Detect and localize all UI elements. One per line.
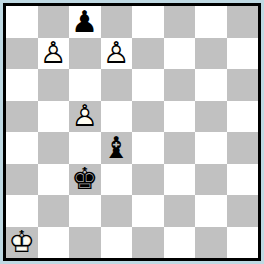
square-h4[interactable]	[227, 132, 259, 164]
square-d8[interactable]	[101, 6, 133, 38]
black-bishop-glyph: ♝	[103, 133, 130, 163]
square-e2[interactable]	[132, 195, 164, 227]
chess-board: ♟♟♙♟♙♟♙♝♚♚♔	[6, 6, 258, 258]
square-a5[interactable]	[6, 101, 38, 133]
square-c6[interactable]	[69, 69, 101, 101]
square-b1[interactable]	[38, 227, 70, 259]
square-b4[interactable]	[38, 132, 70, 164]
square-h8[interactable]	[227, 6, 259, 38]
square-b3[interactable]	[38, 164, 70, 196]
square-e7[interactable]	[132, 38, 164, 70]
square-d4[interactable]: ♝	[101, 132, 133, 164]
square-g1[interactable]	[195, 227, 227, 259]
square-e6[interactable]	[132, 69, 164, 101]
square-c4[interactable]	[69, 132, 101, 164]
square-f1[interactable]	[164, 227, 196, 259]
square-e1[interactable]	[132, 227, 164, 259]
black-pawn-glyph: ♟	[71, 7, 98, 37]
white-pawn[interactable]: ♟♙	[101, 38, 133, 70]
square-f8[interactable]	[164, 6, 196, 38]
square-g4[interactable]	[195, 132, 227, 164]
square-b6[interactable]	[38, 69, 70, 101]
square-e3[interactable]	[132, 164, 164, 196]
square-d5[interactable]	[101, 101, 133, 133]
white-pawn-glyph: ♙	[103, 38, 130, 68]
square-h2[interactable]	[227, 195, 259, 227]
square-a2[interactable]	[6, 195, 38, 227]
square-a3[interactable]	[6, 164, 38, 196]
square-a1[interactable]: ♚♔	[6, 227, 38, 259]
square-h1[interactable]	[227, 227, 259, 259]
square-c3[interactable]: ♚	[69, 164, 101, 196]
square-c7[interactable]	[69, 38, 101, 70]
square-d6[interactable]	[101, 69, 133, 101]
square-h5[interactable]	[227, 101, 259, 133]
square-f5[interactable]	[164, 101, 196, 133]
square-c1[interactable]	[69, 227, 101, 259]
square-g6[interactable]	[195, 69, 227, 101]
square-e8[interactable]	[132, 6, 164, 38]
board-border: ♟♟♙♟♙♟♙♝♚♚♔	[3, 3, 261, 261]
square-h3[interactable]	[227, 164, 259, 196]
black-bishop[interactable]: ♝	[101, 132, 133, 164]
square-a7[interactable]	[6, 38, 38, 70]
square-a4[interactable]	[6, 132, 38, 164]
white-pawn[interactable]: ♟♙	[69, 101, 101, 133]
black-pawn[interactable]: ♟	[69, 6, 101, 38]
black-king-glyph: ♚	[71, 164, 98, 194]
square-a6[interactable]	[6, 69, 38, 101]
white-pawn-glyph: ♙	[40, 38, 67, 68]
square-d2[interactable]	[101, 195, 133, 227]
diagram-outer-frame: ♟♟♙♟♙♟♙♝♚♚♔	[0, 0, 264, 264]
square-g8[interactable]	[195, 6, 227, 38]
square-b7[interactable]: ♟♙	[38, 38, 70, 70]
square-e4[interactable]	[132, 132, 164, 164]
square-f4[interactable]	[164, 132, 196, 164]
square-b8[interactable]	[38, 6, 70, 38]
square-f6[interactable]	[164, 69, 196, 101]
square-g3[interactable]	[195, 164, 227, 196]
square-a8[interactable]	[6, 6, 38, 38]
square-d7[interactable]: ♟♙	[101, 38, 133, 70]
white-pawn-glyph: ♙	[71, 101, 98, 131]
white-king-glyph: ♔	[8, 227, 35, 257]
square-d1[interactable]	[101, 227, 133, 259]
square-e5[interactable]	[132, 101, 164, 133]
square-c8[interactable]: ♟	[69, 6, 101, 38]
black-king[interactable]: ♚	[69, 164, 101, 196]
square-b5[interactable]	[38, 101, 70, 133]
square-g5[interactable]	[195, 101, 227, 133]
square-f2[interactable]	[164, 195, 196, 227]
square-g7[interactable]	[195, 38, 227, 70]
square-c2[interactable]	[69, 195, 101, 227]
square-d3[interactable]	[101, 164, 133, 196]
square-g2[interactable]	[195, 195, 227, 227]
square-f3[interactable]	[164, 164, 196, 196]
square-h6[interactable]	[227, 69, 259, 101]
square-c5[interactable]: ♟♙	[69, 101, 101, 133]
white-king[interactable]: ♚♔	[6, 227, 38, 259]
square-b2[interactable]	[38, 195, 70, 227]
square-h7[interactable]	[227, 38, 259, 70]
white-pawn[interactable]: ♟♙	[38, 38, 70, 70]
square-f7[interactable]	[164, 38, 196, 70]
